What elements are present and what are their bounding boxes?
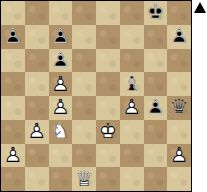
black-to-move-triangle-icon: [194, 2, 206, 13]
square-a4[interactable]: [1, 96, 25, 120]
square-e7[interactable]: [96, 25, 120, 49]
square-h3[interactable]: [167, 120, 191, 144]
square-b7[interactable]: [25, 25, 49, 49]
piece-black-queen[interactable]: ♛♕: [167, 96, 191, 120]
square-a6[interactable]: [1, 49, 25, 73]
square-c5[interactable]: ♟♙: [49, 72, 73, 96]
piece-black-pawn[interactable]: ♟♙: [49, 49, 73, 73]
square-f8[interactable]: [120, 1, 144, 25]
square-g5[interactable]: [144, 72, 168, 96]
square-b4[interactable]: [25, 96, 49, 120]
piece-glyph-outline: ♙: [1, 25, 25, 49]
square-g6[interactable]: [144, 49, 168, 73]
square-g8[interactable]: ♚♔: [144, 1, 168, 25]
piece-white-pawn[interactable]: ♟♙: [1, 144, 25, 168]
square-h6[interactable]: [167, 49, 191, 73]
square-b2[interactable]: [25, 144, 49, 168]
square-h2[interactable]: ♟♙: [167, 144, 191, 168]
piece-glyph-outline: ♙: [49, 49, 73, 73]
piece-glyph-outline: ♙: [49, 72, 73, 96]
piece-white-pawn[interactable]: ♟♙: [167, 144, 191, 168]
square-g7[interactable]: [144, 25, 168, 49]
piece-black-pawn[interactable]: ♟♙: [167, 25, 191, 49]
square-c3[interactable]: ♞♘: [49, 120, 73, 144]
square-f5[interactable]: ♝♗: [120, 72, 144, 96]
square-c2[interactable]: [49, 144, 73, 168]
side-margin: [192, 0, 207, 192]
chess-diagram: ♚♔♟♙♟♙♟♙♟♙♟♙♝♗♟♙♟♙♟♙♛♕♟♙♞♘♚♔♟♙♟♙♛♕: [0, 0, 207, 192]
piece-white-pawn[interactable]: ♟♙: [120, 96, 144, 120]
piece-black-king[interactable]: ♚♔: [144, 1, 168, 25]
piece-white-pawn[interactable]: ♟♙: [25, 120, 49, 144]
square-f2[interactable]: [120, 144, 144, 168]
square-c8[interactable]: [49, 1, 73, 25]
piece-glyph-outline: ♕: [167, 96, 191, 120]
square-a7[interactable]: ♟♙: [1, 25, 25, 49]
square-e5[interactable]: [96, 72, 120, 96]
square-h1[interactable]: [167, 167, 191, 191]
chess-board: ♚♔♟♙♟♙♟♙♟♙♟♙♝♗♟♙♟♙♟♙♛♕♟♙♞♘♚♔♟♙♟♙♛♕: [0, 0, 192, 192]
piece-glyph-outline: ♙: [1, 144, 25, 168]
square-d4[interactable]: [72, 96, 96, 120]
square-e1[interactable]: [96, 167, 120, 191]
square-d5[interactable]: [72, 72, 96, 96]
square-h5[interactable]: [167, 72, 191, 96]
piece-black-pawn[interactable]: ♟♙: [1, 25, 25, 49]
piece-glyph-outline: ♙: [25, 120, 49, 144]
square-d8[interactable]: [72, 1, 96, 25]
piece-glyph-outline: ♕: [72, 167, 96, 191]
square-f3[interactable]: [120, 120, 144, 144]
square-b5[interactable]: [25, 72, 49, 96]
piece-white-knight[interactable]: ♞♘: [49, 120, 73, 144]
square-a3[interactable]: [1, 120, 25, 144]
square-a8[interactable]: [1, 1, 25, 25]
piece-glyph-outline: ♗: [120, 72, 144, 96]
square-e8[interactable]: [96, 1, 120, 25]
square-e3[interactable]: ♚♔: [96, 120, 120, 144]
piece-white-pawn[interactable]: ♟♙: [49, 96, 73, 120]
piece-glyph-outline: ♔: [96, 120, 120, 144]
square-f7[interactable]: [120, 25, 144, 49]
square-a5[interactable]: [1, 72, 25, 96]
square-c6[interactable]: ♟♙: [49, 49, 73, 73]
piece-white-pawn[interactable]: ♟♙: [49, 72, 73, 96]
square-h8[interactable]: [167, 1, 191, 25]
square-f1[interactable]: [120, 167, 144, 191]
piece-glyph-outline: ♙: [120, 96, 144, 120]
piece-glyph-outline: ♙: [167, 144, 191, 168]
piece-glyph-outline: ♘: [49, 120, 73, 144]
piece-black-bishop[interactable]: ♝♗: [120, 72, 144, 96]
square-h7[interactable]: ♟♙: [167, 25, 191, 49]
square-d2[interactable]: [72, 144, 96, 168]
square-f4[interactable]: ♟♙: [120, 96, 144, 120]
square-a1[interactable]: [1, 167, 25, 191]
square-g3[interactable]: [144, 120, 168, 144]
square-c7[interactable]: ♟♙: [49, 25, 73, 49]
piece-black-pawn[interactable]: ♟♙: [49, 25, 73, 49]
square-a2[interactable]: ♟♙: [1, 144, 25, 168]
square-d6[interactable]: [72, 49, 96, 73]
piece-glyph-outline: ♙: [49, 25, 73, 49]
square-b8[interactable]: [25, 1, 49, 25]
square-f6[interactable]: [120, 49, 144, 73]
square-d7[interactable]: [72, 25, 96, 49]
square-g2[interactable]: [144, 144, 168, 168]
piece-glyph-outline: ♙: [144, 96, 168, 120]
piece-glyph-outline: ♙: [167, 25, 191, 49]
piece-white-king[interactable]: ♚♔: [96, 120, 120, 144]
square-e6[interactable]: [96, 49, 120, 73]
piece-glyph-outline: ♙: [49, 96, 73, 120]
square-c4[interactable]: ♟♙: [49, 96, 73, 120]
square-h4[interactable]: ♛♕: [167, 96, 191, 120]
square-d3[interactable]: [72, 120, 96, 144]
square-c1[interactable]: [49, 167, 73, 191]
piece-black-pawn[interactable]: ♟♙: [144, 96, 168, 120]
square-d1[interactable]: ♛♕: [72, 167, 96, 191]
square-e2[interactable]: [96, 144, 120, 168]
square-b6[interactable]: [25, 49, 49, 73]
square-b3[interactable]: ♟♙: [25, 120, 49, 144]
square-e4[interactable]: [96, 96, 120, 120]
square-b1[interactable]: [25, 167, 49, 191]
square-g4[interactable]: ♟♙: [144, 96, 168, 120]
square-g1[interactable]: [144, 167, 168, 191]
piece-white-queen[interactable]: ♛♕: [72, 167, 96, 191]
piece-glyph-outline: ♔: [144, 1, 168, 25]
